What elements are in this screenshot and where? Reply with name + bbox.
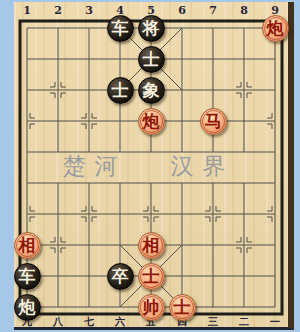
piece-red-elephant[interactable]: 相: [14, 232, 41, 259]
river-text-left: 楚河: [42, 153, 138, 179]
piece-black-cannon[interactable]: 炮: [14, 294, 41, 321]
piece-red-elephant[interactable]: 相: [138, 232, 165, 259]
piece-red-cannon[interactable]: 炮: [138, 108, 165, 135]
piece-black-advisor[interactable]: 士: [138, 46, 165, 73]
file-label-top-8: 8: [236, 4, 252, 17]
file-label-bottom-2: 八: [50, 315, 66, 328]
piece-red-horse[interactable]: 马: [200, 108, 227, 135]
file-label-bottom-3: 七: [81, 315, 97, 328]
river-text-right: 汉界: [150, 153, 246, 179]
piece-black-soldier[interactable]: 卒: [107, 263, 134, 290]
piece-red-advisor[interactable]: 士: [169, 294, 196, 321]
piece-black-general[interactable]: 将: [138, 15, 165, 42]
file-label-bottom-8: 二: [236, 315, 252, 328]
piece-black-chariot[interactable]: 车: [107, 15, 134, 42]
xiangqi-board[interactable]: 楚河 汉界 123456789九八七六五四三二一车将炮士士象炮马相相车卒士炮帅士: [14, 2, 294, 330]
file-label-top-2: 2: [50, 4, 66, 17]
piece-red-cannon[interactable]: 炮: [262, 15, 289, 42]
file-label-top-3: 3: [81, 4, 97, 17]
file-label-top-1: 1: [19, 4, 35, 17]
piece-black-chariot[interactable]: 车: [14, 263, 41, 290]
page-background: { "game": "xiangqi", "title": "Chinese c…: [0, 0, 300, 332]
file-label-top-6: 6: [174, 4, 190, 17]
piece-red-advisor[interactable]: 士: [138, 263, 165, 290]
file-label-bottom-9: 一: [267, 315, 283, 328]
piece-black-advisor[interactable]: 士: [107, 77, 134, 104]
piece-black-elephant[interactable]: 象: [138, 77, 165, 104]
file-label-bottom-4: 六: [112, 315, 128, 328]
piece-red-general[interactable]: 帅: [138, 294, 165, 321]
file-label-bottom-7: 三: [205, 315, 221, 328]
file-label-top-7: 7: [205, 4, 221, 17]
